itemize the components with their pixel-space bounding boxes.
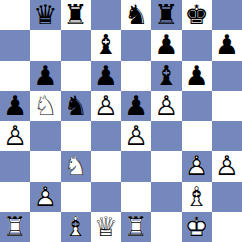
white-pawn-glyph-outline: ♙ (30, 182, 60, 212)
white-pawn-glyph-outline: ♙ (0, 121, 30, 151)
square-e6[interactable] (121, 61, 151, 91)
black-pawn-piece[interactable]: ♟ (182, 61, 212, 91)
white-king-glyph-outline: ♔ (182, 212, 212, 242)
square-g7[interactable] (182, 30, 212, 60)
white-pawn-glyph-outline: ♙ (182, 151, 212, 181)
black-pawn-glyph: ♟ (30, 61, 60, 91)
square-a3[interactable] (0, 151, 30, 181)
square-c4[interactable] (61, 121, 91, 151)
black-bishop-piece[interactable]: ♝ (151, 61, 181, 91)
white-queen-glyph-outline: ♕ (91, 212, 121, 242)
white-knight-glyph-outline: ♘ (61, 151, 91, 181)
square-a7[interactable] (0, 30, 30, 60)
square-b4[interactable] (30, 121, 60, 151)
square-d3[interactable] (91, 151, 121, 181)
white-pawn-glyph-outline: ♙ (121, 121, 151, 151)
square-g2[interactable]: ♝♗ (182, 182, 212, 212)
white-pawn-piece[interactable]: ♟♙ (0, 121, 30, 151)
square-d1[interactable]: ♛♕ (91, 212, 121, 242)
black-king-glyph: ♚ (182, 0, 212, 30)
square-a5[interactable]: ♟ (0, 91, 30, 121)
square-d7[interactable]: ♝ (91, 30, 121, 60)
black-pawn-piece[interactable]: ♟ (91, 61, 121, 91)
white-pawn-piece[interactable]: ♟♙ (151, 91, 181, 121)
white-pawn-glyph-outline: ♙ (151, 91, 181, 121)
black-pawn-glyph: ♟ (91, 61, 121, 91)
square-f4[interactable] (151, 121, 181, 151)
black-knight-piece[interactable]: ♞ (61, 91, 91, 121)
black-bishop-glyph: ♝ (151, 61, 181, 91)
square-b2[interactable]: ♟♙ (30, 182, 60, 212)
black-pawn-piece[interactable]: ♟ (151, 30, 181, 60)
square-b1[interactable] (30, 212, 60, 242)
black-knight-glyph: ♞ (121, 0, 151, 30)
square-h6[interactable] (212, 61, 242, 91)
square-g4[interactable] (182, 121, 212, 151)
white-bishop-glyph-outline: ♗ (182, 182, 212, 212)
square-a4[interactable]: ♟♙ (0, 121, 30, 151)
square-d8[interactable] (91, 0, 121, 30)
square-h7[interactable]: ♟ (212, 30, 242, 60)
square-f5[interactable]: ♟♙ (151, 91, 181, 121)
black-queen-glyph: ♛ (30, 0, 60, 30)
chess-board: ♛♜♞♜♚♝♟♟♟♟♝♟♟♞♘♞♟♙♟♟♙♟♙♟♙♞♘♟♙♟♙♟♙♝♗♜♖♝♗♛… (0, 0, 242, 242)
square-h8[interactable] (212, 0, 242, 30)
square-f1[interactable] (151, 212, 181, 242)
square-h3[interactable]: ♟♙ (212, 151, 242, 181)
black-rook-piece[interactable]: ♜ (61, 0, 91, 30)
square-c1[interactable]: ♝♗ (61, 212, 91, 242)
white-bishop-glyph-outline: ♗ (61, 212, 91, 242)
square-d5[interactable]: ♟♙ (91, 91, 121, 121)
square-h5[interactable] (212, 91, 242, 121)
black-pawn-piece[interactable]: ♟ (212, 30, 242, 60)
square-h2[interactable] (212, 182, 242, 212)
square-e4[interactable]: ♟♙ (121, 121, 151, 151)
white-pawn-piece[interactable]: ♟♙ (212, 151, 242, 181)
white-pawn-glyph-outline: ♙ (91, 91, 121, 121)
square-f2[interactable] (151, 182, 181, 212)
white-rook-glyph-outline: ♖ (0, 212, 30, 242)
white-pawn-piece[interactable]: ♟♙ (91, 91, 121, 121)
square-d2[interactable] (91, 182, 121, 212)
square-b8[interactable]: ♛ (30, 0, 60, 30)
square-e3[interactable] (121, 151, 151, 181)
square-f8[interactable]: ♜ (151, 0, 181, 30)
black-pawn-glyph: ♟ (121, 91, 151, 121)
square-b3[interactable] (30, 151, 60, 181)
black-bishop-piece[interactable]: ♝ (91, 30, 121, 60)
square-f6[interactable]: ♝ (151, 61, 181, 91)
white-knight-glyph-outline: ♘ (30, 91, 60, 121)
square-c8[interactable]: ♜ (61, 0, 91, 30)
black-pawn-glyph: ♟ (212, 30, 242, 60)
square-c5[interactable]: ♞ (61, 91, 91, 121)
black-pawn-glyph: ♟ (182, 61, 212, 91)
square-g1[interactable]: ♚♔ (182, 212, 212, 242)
black-queen-piece[interactable]: ♛ (30, 0, 60, 30)
black-pawn-piece[interactable]: ♟ (30, 61, 60, 91)
square-a8[interactable] (0, 0, 30, 30)
square-c7[interactable] (61, 30, 91, 60)
white-rook-piece[interactable]: ♜♖ (0, 212, 30, 242)
square-d6[interactable]: ♟ (91, 61, 121, 91)
square-g5[interactable] (182, 91, 212, 121)
white-rook-glyph-outline: ♖ (121, 212, 151, 242)
square-a2[interactable] (0, 182, 30, 212)
square-a6[interactable] (0, 61, 30, 91)
square-c3[interactable]: ♞♘ (61, 151, 91, 181)
square-e5[interactable]: ♟ (121, 91, 151, 121)
black-pawn-glyph: ♟ (0, 91, 30, 121)
square-h1[interactable] (212, 212, 242, 242)
black-pawn-glyph: ♟ (151, 30, 181, 60)
square-e8[interactable]: ♞ (121, 0, 151, 30)
white-king-piece[interactable]: ♚♔ (182, 212, 212, 242)
square-b5[interactable]: ♞♘ (30, 91, 60, 121)
square-a1[interactable]: ♜♖ (0, 212, 30, 242)
square-g3[interactable]: ♟♙ (182, 151, 212, 181)
square-e1[interactable]: ♜♖ (121, 212, 151, 242)
black-pawn-piece[interactable]: ♟ (121, 91, 151, 121)
black-pawn-piece[interactable]: ♟ (0, 91, 30, 121)
white-rook-piece[interactable]: ♜♖ (121, 212, 151, 242)
square-b6[interactable]: ♟ (30, 61, 60, 91)
white-pawn-piece[interactable]: ♟♙ (30, 182, 60, 212)
black-rook-glyph: ♜ (151, 0, 181, 30)
black-knight-piece[interactable]: ♞ (121, 0, 151, 30)
square-g6[interactable]: ♟ (182, 61, 212, 91)
square-c6[interactable] (61, 61, 91, 91)
white-bishop-piece[interactable]: ♝♗ (182, 182, 212, 212)
black-bishop-glyph: ♝ (91, 30, 121, 60)
white-pawn-glyph-outline: ♙ (212, 151, 242, 181)
square-f7[interactable]: ♟ (151, 30, 181, 60)
white-pawn-piece[interactable]: ♟♙ (182, 151, 212, 181)
square-g8[interactable]: ♚ (182, 0, 212, 30)
white-queen-piece[interactable]: ♛♕ (91, 212, 121, 242)
square-e2[interactable] (121, 182, 151, 212)
square-e7[interactable] (121, 30, 151, 60)
white-knight-piece[interactable]: ♞♘ (30, 91, 60, 121)
white-pawn-piece[interactable]: ♟♙ (121, 121, 151, 151)
white-knight-piece[interactable]: ♞♘ (61, 151, 91, 181)
black-rook-glyph: ♜ (61, 0, 91, 30)
square-b7[interactable] (30, 30, 60, 60)
white-bishop-piece[interactable]: ♝♗ (61, 212, 91, 242)
black-king-piece[interactable]: ♚ (182, 0, 212, 30)
black-rook-piece[interactable]: ♜ (151, 0, 181, 30)
square-h4[interactable] (212, 121, 242, 151)
square-f3[interactable] (151, 151, 181, 181)
square-c2[interactable] (61, 182, 91, 212)
black-knight-glyph: ♞ (61, 91, 91, 121)
square-d4[interactable] (91, 121, 121, 151)
